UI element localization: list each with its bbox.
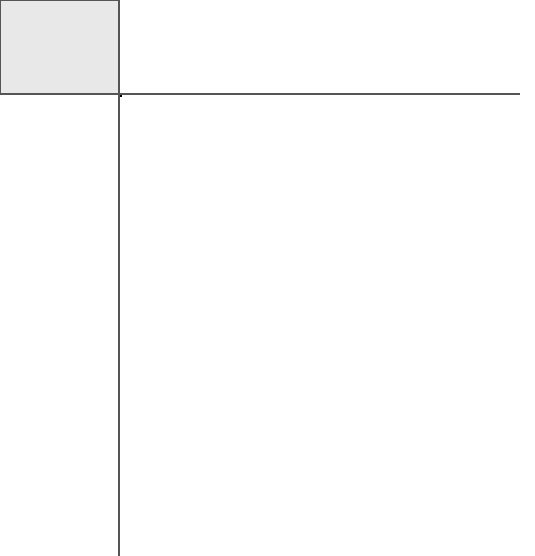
horizontal-separator (0, 93, 520, 95)
watermark-corner (0, 0, 120, 95)
nonogram-puzzle-page (0, 0, 535, 556)
vertical-separator (118, 0, 120, 556)
nonogram-board (120, 95, 122, 97)
